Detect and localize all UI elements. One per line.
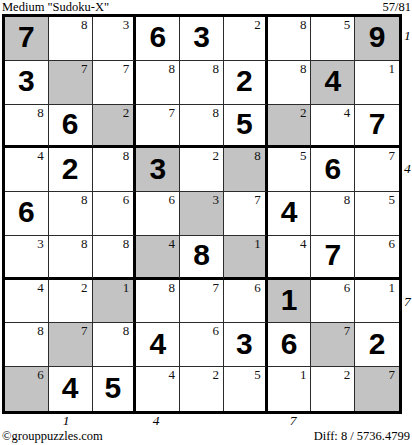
cell-r3c4[interactable]: 7	[136, 105, 180, 149]
pencil-mark: 8	[212, 106, 219, 120]
pencil-mark: 6	[344, 281, 351, 295]
cell-r3c1[interactable]: 8	[5, 105, 49, 149]
pencil-mark: 8	[212, 62, 219, 76]
pencil-mark: 2	[300, 106, 307, 120]
pencil-mark: 3	[212, 193, 219, 207]
pencil-mark: 8	[37, 324, 44, 338]
cell-r9c6[interactable]: 5	[224, 367, 268, 411]
pencil-mark: 8	[81, 193, 88, 207]
pencil-mark: 8	[300, 18, 307, 32]
cell-value: 6	[18, 197, 35, 227]
cell-r8c2[interactable]: 7	[49, 323, 93, 367]
cell-r7c3[interactable]: 1	[93, 280, 137, 324]
cell-r1c2[interactable]: 8	[49, 17, 93, 61]
cell-r2c9[interactable]: 1	[355, 61, 399, 105]
cell-r1c6[interactable]: 2	[224, 17, 268, 61]
puzzle-title: Medium "Sudoku-X"	[2, 0, 109, 14]
pencil-mark: 1	[123, 281, 130, 295]
cell-r7c1[interactable]: 4	[5, 280, 49, 324]
cell-r8c6[interactable]: 3	[224, 323, 268, 367]
cell-r9c5[interactable]: 2	[180, 367, 224, 411]
pencil-mark: 6	[37, 368, 44, 382]
cell-r7c9[interactable]: 1	[355, 280, 399, 324]
cell-r5c2[interactable]: 8	[49, 192, 93, 236]
pencil-mark: 6	[254, 281, 261, 295]
pencil-mark: 2	[81, 281, 88, 295]
pencil-mark: 2	[123, 106, 130, 120]
pencil-mark: 8	[37, 106, 44, 120]
cell-value: 4	[149, 329, 166, 359]
cell-value: 6	[281, 329, 298, 359]
cell-r6c8[interactable]: 7	[311, 236, 355, 280]
cell-r8c1[interactable]: 8	[5, 323, 49, 367]
pencil-mark: 7	[123, 62, 130, 76]
cell-r5c1[interactable]: 6	[5, 192, 49, 236]
row-label-4: 4	[404, 162, 411, 176]
pencil-mark: 6	[389, 237, 396, 251]
cell-r9c2[interactable]: 4	[49, 367, 93, 411]
cell-value: 3	[236, 329, 253, 359]
cell-r3c7[interactable]: 2	[268, 105, 312, 149]
cell-r4c3[interactable]: 8	[93, 148, 137, 192]
cell-r8c5[interactable]: 6	[180, 323, 224, 367]
cell-r9c3[interactable]: 5	[93, 367, 137, 411]
pencil-mark: 7	[344, 324, 351, 338]
cell-r1c4[interactable]: 6	[136, 17, 180, 61]
cell-r5c3[interactable]: 6	[93, 192, 137, 236]
footer: ©grouppuzzles.com Diff: 8 / 5736.4799	[2, 429, 410, 443]
cell-counter: 57/81	[383, 0, 411, 14]
cell-r1c3[interactable]: 3	[93, 17, 137, 61]
copyright-text: ©grouppuzzles.com	[2, 429, 103, 443]
cell-value: 2	[62, 154, 79, 184]
pencil-mark: 7	[389, 149, 396, 163]
cell-value: 7	[324, 240, 341, 270]
cell-r6c1[interactable]: 3	[5, 236, 49, 280]
header: Medium "Sudoku-X" 57/81	[2, 0, 411, 14]
pencil-mark: 8	[81, 237, 88, 251]
pencil-mark: 2	[212, 368, 219, 382]
cell-r9c1[interactable]: 6	[5, 367, 49, 411]
row-label-1: 1	[404, 29, 411, 43]
cell-r5c6[interactable]: 7	[224, 192, 268, 236]
cell-r8c4[interactable]: 4	[136, 323, 180, 367]
pencil-mark: 2	[344, 368, 351, 382]
cell-value: 7	[369, 109, 386, 139]
pencil-mark: 4	[37, 149, 44, 163]
pencil-mark: 5	[254, 368, 261, 382]
pencil-mark: 4	[344, 106, 351, 120]
cell-value: 5	[236, 109, 253, 139]
cell-r7c7[interactable]: 1	[268, 280, 312, 324]
pencil-mark: 6	[123, 193, 130, 207]
cell-r8c8[interactable]: 7	[311, 323, 355, 367]
cell-r9c4[interactable]: 4	[136, 367, 180, 411]
cell-r9c9[interactable]: 7	[355, 367, 399, 411]
cell-r4c2[interactable]: 2	[49, 148, 93, 192]
cell-r7c4[interactable]: 8	[136, 280, 180, 324]
cell-r7c8[interactable]: 6	[311, 280, 355, 324]
cell-r6c7[interactable]: 4	[268, 236, 312, 280]
pencil-mark: 6	[169, 193, 176, 207]
pencil-mark: 7	[212, 281, 219, 295]
cell-r5c7[interactable]: 4	[268, 192, 312, 236]
pencil-mark: 8	[123, 324, 130, 338]
row-label-7: 7	[404, 295, 411, 309]
cell-r3c9[interactable]: 7	[355, 105, 399, 149]
pencil-mark: 6	[212, 324, 219, 338]
pencil-mark: 8	[123, 237, 130, 251]
pencil-mark: 1	[389, 281, 396, 295]
cell-r5c8[interactable]: 8	[311, 192, 355, 236]
cell-r6c5[interactable]: 8	[180, 236, 224, 280]
cell-r7c2[interactable]: 2	[49, 280, 93, 324]
cell-value: 4	[324, 66, 341, 96]
cell-r3c5[interactable]: 8	[180, 105, 224, 149]
pencil-mark: 8	[123, 149, 130, 163]
pencil-mark: 5	[344, 18, 351, 32]
cell-r1c5[interactable]: 3	[180, 17, 224, 61]
pencil-mark: 7	[81, 324, 88, 338]
cell-r7c6[interactable]: 6	[224, 280, 268, 324]
pencil-mark: 8	[169, 281, 176, 295]
pencil-mark: 8	[344, 193, 351, 207]
cell-r2c1[interactable]: 3	[5, 61, 49, 105]
pencil-mark: 8	[300, 62, 307, 76]
pencil-mark: 2	[254, 18, 261, 32]
cell-r3c8[interactable]: 4	[311, 105, 355, 149]
puzzle-page: Medium "Sudoku-X" 57/81 7836328593778828…	[0, 0, 412, 445]
cell-r9c7[interactable]: 1	[268, 367, 312, 411]
pencil-mark: 4	[37, 281, 44, 295]
cell-r2c5[interactable]: 8	[180, 61, 224, 105]
difficulty-text: Diff: 8 / 5736.4799	[314, 429, 410, 443]
pencil-mark: 8	[81, 18, 88, 32]
pencil-mark: 1	[254, 237, 261, 251]
cell-r1c1[interactable]: 7	[5, 17, 49, 61]
cell-r4c1[interactable]: 4	[5, 148, 49, 192]
cell-r6c4[interactable]: 4	[136, 236, 180, 280]
col-label-1: 1	[63, 414, 70, 428]
cell-r2c4[interactable]: 8	[136, 61, 180, 105]
cell-value: 2	[369, 329, 386, 359]
cell-r1c8[interactable]: 5	[311, 17, 355, 61]
cell-r4c5[interactable]: 2	[180, 148, 224, 192]
pencil-mark: 1	[389, 62, 396, 76]
cell-r5c5[interactable]: 3	[180, 192, 224, 236]
pencil-mark: 5	[300, 149, 307, 163]
cell-r4c8[interactable]: 6	[311, 148, 355, 192]
cell-r2c8[interactable]: 4	[311, 61, 355, 105]
cell-value: 8	[193, 240, 210, 270]
cell-value: 3	[193, 22, 210, 52]
pencil-mark: 8	[254, 149, 261, 163]
pencil-mark: 3	[123, 18, 130, 32]
cell-r6c9[interactable]: 6	[355, 236, 399, 280]
pencil-mark: 3	[37, 237, 44, 251]
cell-r4c9[interactable]: 7	[355, 148, 399, 192]
cell-r2c6[interactable]: 2	[224, 61, 268, 105]
pencil-mark: 4	[169, 237, 176, 251]
pencil-mark: 7	[389, 368, 396, 382]
cell-r2c3[interactable]: 7	[93, 61, 137, 105]
cell-r9c8[interactable]: 2	[311, 367, 355, 411]
cell-r2c7[interactable]: 8	[268, 61, 312, 105]
cell-r4c4[interactable]: 3	[136, 148, 180, 192]
cell-value: 6	[324, 154, 341, 184]
cell-r1c9[interactable]: 9	[355, 17, 399, 61]
cell-value: 6	[149, 22, 166, 52]
cell-value: 5	[105, 373, 122, 403]
cell-value: 3	[18, 66, 35, 96]
pencil-mark: 8	[169, 62, 176, 76]
cell-value: 1	[281, 285, 298, 315]
cell-value: 9	[369, 22, 386, 52]
cell-r5c4[interactable]: 6	[136, 192, 180, 236]
cell-r3c2[interactable]: 6	[49, 105, 93, 149]
col-label-4: 4	[153, 414, 160, 428]
cell-r7c5[interactable]: 7	[180, 280, 224, 324]
cell-r3c6[interactable]: 5	[224, 105, 268, 149]
cell-r6c2[interactable]: 8	[49, 236, 93, 280]
pencil-mark: 2	[212, 149, 219, 163]
cell-r3c3[interactable]: 2	[93, 105, 137, 149]
cell-r6c6[interactable]: 1	[224, 236, 268, 280]
pencil-mark: 1	[300, 368, 307, 382]
cell-value: 2	[236, 66, 253, 96]
pencil-mark: 4	[169, 368, 176, 382]
pencil-mark: 7	[81, 62, 88, 76]
cell-r5c9[interactable]: 5	[355, 192, 399, 236]
cell-r1c7[interactable]: 8	[268, 17, 312, 61]
pencil-mark: 5	[389, 193, 396, 207]
pencil-mark: 7	[254, 193, 261, 207]
cell-r6c3[interactable]: 8	[93, 236, 137, 280]
cell-value: 4	[281, 197, 298, 227]
cell-r8c9[interactable]: 2	[355, 323, 399, 367]
pencil-mark: 4	[300, 237, 307, 251]
cell-value: 3	[149, 154, 166, 184]
cell-value: 4	[62, 373, 79, 403]
cell-value: 6	[62, 109, 79, 139]
cell-r2c2[interactable]: 7	[49, 61, 93, 105]
cell-r4c7[interactable]: 5	[268, 148, 312, 192]
cell-r4c6[interactable]: 8	[224, 148, 268, 192]
col-label-7: 7	[290, 414, 297, 428]
cell-r8c7[interactable]: 6	[268, 323, 312, 367]
pencil-mark: 7	[169, 106, 176, 120]
cell-r8c3[interactable]: 8	[93, 323, 137, 367]
cell-value: 7	[18, 22, 35, 52]
sudoku-board: 7836328593778828418627852474283285676866…	[2, 14, 402, 414]
